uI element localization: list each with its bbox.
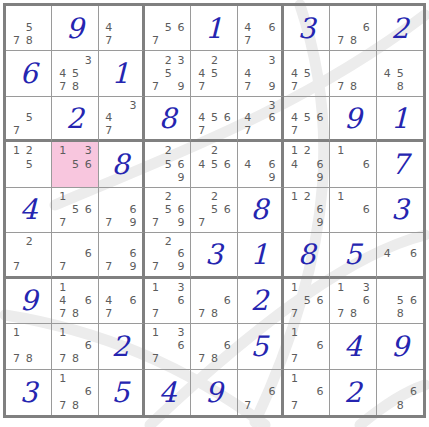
candidate-marks: 25679 <box>145 188 190 232</box>
cell-r1c6[interactable]: 467 <box>238 6 284 51</box>
candidate-marks: 16 <box>330 188 375 232</box>
solved-digit: 2 <box>377 6 423 50</box>
candidate-marks: 13678 <box>330 279 375 323</box>
cell-r3c6[interactable]: 3467 <box>238 97 284 142</box>
solved-digit: 4 <box>330 324 375 368</box>
solved-digit: 8 <box>145 97 190 139</box>
solved-digit: 9 <box>377 324 423 368</box>
solved-digit: 3 <box>191 233 236 275</box>
solved-digit: 1 <box>99 51 142 95</box>
candidate-marks: 1678 <box>52 370 97 415</box>
solved-digit: 4 <box>145 370 190 415</box>
solved-digit: 9 <box>191 370 236 415</box>
candidate-marks: 125 <box>6 142 51 186</box>
cell-r2c6[interactable]: 3479 <box>238 51 284 96</box>
cell-r5c6[interactable]: 8 <box>238 188 284 233</box>
candidate-marks: 1367 <box>145 279 190 323</box>
cell-r8c4[interactable]: 1367 <box>145 324 191 369</box>
candidate-marks: 167 <box>284 324 329 368</box>
solved-digit: 2 <box>330 370 375 415</box>
cell-r6c9[interactable]: 46 <box>377 233 423 278</box>
candidate-marks: 2569 <box>145 142 190 186</box>
cell-r4c3[interactable]: 8 <box>99 142 145 187</box>
sudoku-board: 5789475671467367826345781235792457347945… <box>3 3 426 418</box>
cell-r1c4[interactable]: 567 <box>145 6 191 51</box>
solved-digit: 5 <box>238 324 281 368</box>
cell-r1c9[interactable]: 2 <box>377 6 423 51</box>
cell-r7c9[interactable]: 568 <box>377 279 423 324</box>
solved-digit: 3 <box>284 6 329 50</box>
cell-r4c1[interactable]: 125 <box>6 142 52 187</box>
cell-r3c8[interactable]: 9 <box>330 97 376 142</box>
cell-r8c8[interactable]: 4 <box>330 324 376 369</box>
candidate-marks: 178 <box>6 324 51 368</box>
candidate-marks: 68 <box>377 370 423 415</box>
solved-digit: 1 <box>238 233 281 275</box>
cell-r2c2[interactable]: 34578 <box>52 51 98 96</box>
cell-r2c1[interactable]: 6 <box>6 51 52 96</box>
candidate-marks: 467 <box>99 279 142 323</box>
cell-r2c4[interactable]: 23579 <box>145 51 191 96</box>
cell-r6c1[interactable]: 27 <box>6 233 52 278</box>
cell-r4c6[interactable]: 469 <box>238 142 284 187</box>
candidate-marks: 347 <box>99 97 142 139</box>
cell-r2c8[interactable]: 78 <box>330 51 376 96</box>
cell-r4c9[interactable]: 7 <box>377 142 423 187</box>
cell-r7c8[interactable]: 13678 <box>330 279 376 324</box>
cell-r1c5[interactable]: 1 <box>191 6 237 51</box>
candidate-marks: 23579 <box>145 51 190 95</box>
candidate-marks: 679 <box>99 188 142 232</box>
candidate-marks: 47 <box>99 6 142 50</box>
candidate-marks: 167 <box>284 370 329 415</box>
cell-r8c5[interactable]: 678 <box>191 324 237 369</box>
candidate-marks: 12469 <box>284 142 329 186</box>
candidate-marks: 1567 <box>52 188 97 232</box>
cell-r6c2[interactable]: 67 <box>52 233 98 278</box>
candidate-marks: 4567 <box>284 97 329 139</box>
cell-r9c3[interactable]: 5 <box>99 370 145 415</box>
solved-digit: 4 <box>6 188 51 232</box>
candidate-marks: 4567 <box>191 97 236 139</box>
solved-digit: 5 <box>99 370 142 415</box>
cell-r7c2[interactable]: 14678 <box>52 279 98 324</box>
cell-r7c7[interactable]: 1567 <box>284 279 330 324</box>
cell-r5c2[interactable]: 1567 <box>52 188 98 233</box>
candidate-marks: 14678 <box>52 279 97 323</box>
cell-r5c5[interactable]: 2567 <box>191 188 237 233</box>
candidate-marks: 1678 <box>52 324 97 368</box>
cell-r2c7[interactable]: 457 <box>284 51 330 96</box>
cell-r6c8[interactable]: 5 <box>330 233 376 278</box>
cell-r7c5[interactable]: 678 <box>191 279 237 324</box>
cell-r5c1[interactable]: 4 <box>6 188 52 233</box>
cell-r9c4[interactable]: 4 <box>145 370 191 415</box>
candidate-marks: 678 <box>191 279 236 323</box>
candidate-marks: 27 <box>6 233 51 275</box>
cell-r4c4[interactable]: 2569 <box>145 142 191 187</box>
candidate-marks: 578 <box>6 6 51 50</box>
candidate-marks: 57 <box>6 97 51 139</box>
cell-r8c2[interactable]: 1678 <box>52 324 98 369</box>
cell-r9c7[interactable]: 167 <box>284 370 330 415</box>
cell-r6c7[interactable]: 8 <box>284 233 330 278</box>
cell-r4c8[interactable]: 16 <box>330 142 376 187</box>
cell-r3c2[interactable]: 2 <box>52 97 98 142</box>
cell-r9c1[interactable]: 3 <box>6 370 52 415</box>
candidate-marks: 568 <box>377 279 423 323</box>
solved-digit: 5 <box>330 233 375 275</box>
cell-r5c7[interactable]: 1269 <box>284 188 330 233</box>
cell-r3c5[interactable]: 4567 <box>191 97 237 142</box>
cell-r9c2[interactable]: 1678 <box>52 370 98 415</box>
solved-digit: 9 <box>330 97 375 139</box>
candidate-marks: 2457 <box>191 51 236 95</box>
candidate-marks: 1356 <box>52 142 97 186</box>
cell-r1c3[interactable]: 47 <box>99 6 145 51</box>
solved-digit: 8 <box>238 188 281 232</box>
solved-digit: 9 <box>6 279 51 323</box>
cell-r4c7[interactable]: 12469 <box>284 142 330 187</box>
cell-r9c5[interactable]: 9 <box>191 370 237 415</box>
cell-r1c8[interactable]: 678 <box>330 6 376 51</box>
candidate-marks: 34578 <box>52 51 97 95</box>
cell-r4c5[interactable]: 2456 <box>191 142 237 187</box>
cell-r1c7[interactable]: 3 <box>284 6 330 51</box>
cell-r7c3[interactable]: 467 <box>99 279 145 324</box>
cell-r5c4[interactable]: 25679 <box>145 188 191 233</box>
candidate-marks: 46 <box>377 233 423 275</box>
cell-r9c9[interactable]: 68 <box>377 370 423 415</box>
solved-digit: 6 <box>6 51 51 95</box>
solved-digit: 9 <box>52 6 97 50</box>
candidate-marks: 1567 <box>284 279 329 323</box>
cell-r8c9[interactable]: 9 <box>377 324 423 369</box>
solved-digit: 1 <box>191 6 236 50</box>
cell-r3c9[interactable]: 1 <box>377 97 423 142</box>
solved-digit: 7 <box>377 142 423 186</box>
cell-r9c6[interactable]: 67 <box>238 370 284 415</box>
cell-r1c1[interactable]: 578 <box>6 6 52 51</box>
cell-r3c1[interactable]: 57 <box>6 97 52 142</box>
cell-r5c3[interactable]: 679 <box>99 188 145 233</box>
cell-r8c3[interactable]: 2 <box>99 324 145 369</box>
cell-r6c3[interactable]: 679 <box>99 233 145 278</box>
candidate-marks: 457 <box>284 51 329 95</box>
cell-r1c2[interactable]: 9 <box>52 6 98 51</box>
cell-r6c5[interactable]: 3 <box>191 233 237 278</box>
solved-digit: 2 <box>238 279 281 323</box>
cell-r8c1[interactable]: 178 <box>6 324 52 369</box>
cell-r5c8[interactable]: 16 <box>330 188 376 233</box>
candidate-marks: 2456 <box>191 142 236 186</box>
cell-r2c3[interactable]: 1 <box>99 51 145 96</box>
candidate-marks: 78 <box>330 51 375 95</box>
solved-digit: 3 <box>377 188 423 232</box>
candidate-marks: 467 <box>238 6 281 50</box>
candidate-marks: 1269 <box>284 188 329 232</box>
candidate-marks: 16 <box>330 142 375 186</box>
candidate-marks: 678 <box>191 324 236 368</box>
candidate-marks: 3467 <box>238 97 281 139</box>
solved-digit: 2 <box>52 97 97 139</box>
cell-r5c9[interactable]: 3 <box>377 188 423 233</box>
cell-r3c3[interactable]: 347 <box>99 97 145 142</box>
solved-digit: 1 <box>377 97 423 139</box>
cell-r7c4[interactable]: 1367 <box>145 279 191 324</box>
cell-r6c6[interactable]: 1 <box>238 233 284 278</box>
solved-digit: 8 <box>99 142 142 186</box>
solved-digit: 3 <box>6 370 51 415</box>
solved-digit: 2 <box>99 324 142 368</box>
candidate-marks: 1367 <box>145 324 190 368</box>
cell-r2c5[interactable]: 2457 <box>191 51 237 96</box>
cell-r7c6[interactable]: 2 <box>238 279 284 324</box>
candidate-marks: 679 <box>99 233 142 275</box>
cell-r7c1[interactable]: 9 <box>6 279 52 324</box>
cell-r8c6[interactable]: 5 <box>238 324 284 369</box>
solved-digit: 8 <box>284 233 329 275</box>
candidate-marks: 2679 <box>145 233 190 275</box>
candidate-marks: 3479 <box>238 51 281 95</box>
cell-r9c8[interactable]: 2 <box>330 370 376 415</box>
cell-r8c7[interactable]: 167 <box>284 324 330 369</box>
cell-r4c2[interactable]: 1356 <box>52 142 98 187</box>
candidate-marks: 469 <box>238 142 281 186</box>
cell-r6c4[interactable]: 2679 <box>145 233 191 278</box>
candidate-marks: 67 <box>52 233 97 275</box>
candidate-marks: 67 <box>238 370 281 415</box>
candidate-marks: 2567 <box>191 188 236 232</box>
candidate-marks: 458 <box>377 51 423 95</box>
cell-r3c4[interactable]: 8 <box>145 97 191 142</box>
cell-r3c7[interactable]: 4567 <box>284 97 330 142</box>
candidate-marks: 567 <box>145 6 190 50</box>
cell-r2c9[interactable]: 458 <box>377 51 423 96</box>
candidate-marks: 678 <box>330 6 375 50</box>
